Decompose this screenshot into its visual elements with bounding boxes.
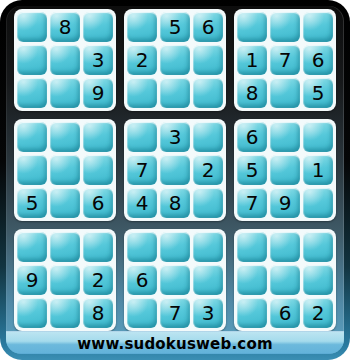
cell-r3c4[interactable] (127, 78, 157, 108)
cell-r5c8[interactable] (270, 155, 300, 185)
box-1-1: 839 (14, 9, 116, 111)
cell-r4c6[interactable] (193, 122, 223, 152)
cell-r7c8[interactable] (270, 232, 300, 262)
board-inner: 8395621768556372486517992867362 www.sudo… (6, 6, 344, 354)
footer-banner: www.sudokusweb.com (6, 331, 344, 354)
cell-r1c7[interactable] (237, 12, 267, 42)
box-2-3: 65179 (234, 119, 336, 221)
cell-r3c8[interactable] (270, 78, 300, 108)
cell-r1c5[interactable]: 5 (160, 12, 190, 42)
cell-r2c5[interactable] (160, 45, 190, 75)
cell-r8c9[interactable] (303, 265, 333, 295)
cell-r4c1[interactable] (17, 122, 47, 152)
cell-r3c9[interactable]: 5 (303, 78, 333, 108)
sudoku-board: 8395621768556372486517992867362 www.sudo… (0, 0, 350, 360)
cell-r9c1[interactable] (17, 298, 47, 328)
cell-r4c4[interactable] (127, 122, 157, 152)
page: 8395621768556372486517992867362 www.sudo… (0, 0, 350, 360)
box-3-1: 928 (14, 229, 116, 331)
website-link[interactable]: www.sudokusweb.com (77, 335, 272, 353)
box-2-1: 56 (14, 119, 116, 221)
cell-r8c8[interactable] (270, 265, 300, 295)
cell-r6c8[interactable]: 9 (270, 188, 300, 218)
cell-r8c7[interactable] (237, 265, 267, 295)
cell-r5c9[interactable]: 1 (303, 155, 333, 185)
cell-r6c2[interactable] (50, 188, 80, 218)
cell-r7c7[interactable] (237, 232, 267, 262)
cell-r4c7[interactable]: 6 (237, 122, 267, 152)
cell-r3c5[interactable] (160, 78, 190, 108)
cell-r7c3[interactable] (83, 232, 113, 262)
cell-r1c4[interactable] (127, 12, 157, 42)
cell-r6c7[interactable]: 7 (237, 188, 267, 218)
cell-r5c5[interactable] (160, 155, 190, 185)
cell-r9c4[interactable] (127, 298, 157, 328)
cell-r2c8[interactable]: 7 (270, 45, 300, 75)
box-3-2: 673 (124, 229, 226, 331)
box-1-2: 562 (124, 9, 226, 111)
cell-r3c6[interactable] (193, 78, 223, 108)
cell-r5c2[interactable] (50, 155, 80, 185)
cell-r7c9[interactable] (303, 232, 333, 262)
cell-r3c3[interactable]: 9 (83, 78, 113, 108)
cell-r9c9[interactable]: 2 (303, 298, 333, 328)
sudoku-grid: 8395621768556372486517992867362 (6, 6, 344, 331)
cell-r6c1[interactable]: 5 (17, 188, 47, 218)
cell-r8c6[interactable] (193, 265, 223, 295)
cell-r2c6[interactable] (193, 45, 223, 75)
cell-r4c8[interactable] (270, 122, 300, 152)
cell-r9c6[interactable]: 3 (193, 298, 223, 328)
cell-r5c1[interactable] (17, 155, 47, 185)
cell-r1c6[interactable]: 6 (193, 12, 223, 42)
cell-r1c3[interactable] (83, 12, 113, 42)
cell-r8c2[interactable] (50, 265, 80, 295)
cell-r4c2[interactable] (50, 122, 80, 152)
cell-r3c1[interactable] (17, 78, 47, 108)
cell-r7c4[interactable] (127, 232, 157, 262)
cell-r7c6[interactable] (193, 232, 223, 262)
cell-r5c4[interactable]: 7 (127, 155, 157, 185)
cell-r6c9[interactable] (303, 188, 333, 218)
cell-r3c2[interactable] (50, 78, 80, 108)
cell-r2c7[interactable]: 1 (237, 45, 267, 75)
cell-r2c2[interactable] (50, 45, 80, 75)
cell-r5c6[interactable]: 2 (193, 155, 223, 185)
cell-r3c7[interactable]: 8 (237, 78, 267, 108)
cell-r2c1[interactable] (17, 45, 47, 75)
cell-r4c9[interactable] (303, 122, 333, 152)
cell-r7c1[interactable] (17, 232, 47, 262)
cell-r1c1[interactable] (17, 12, 47, 42)
cell-r5c3[interactable] (83, 155, 113, 185)
cell-r9c2[interactable] (50, 298, 80, 328)
box-3-3: 62 (234, 229, 336, 331)
cell-r2c4[interactable]: 2 (127, 45, 157, 75)
cell-r4c3[interactable] (83, 122, 113, 152)
cell-r8c5[interactable] (160, 265, 190, 295)
cell-r9c7[interactable] (237, 298, 267, 328)
cell-r8c4[interactable]: 6 (127, 265, 157, 295)
cell-r2c3[interactable]: 3 (83, 45, 113, 75)
cell-r7c5[interactable] (160, 232, 190, 262)
box-2-2: 37248 (124, 119, 226, 221)
cell-r9c5[interactable]: 7 (160, 298, 190, 328)
cell-r8c3[interactable]: 2 (83, 265, 113, 295)
cell-r8c1[interactable]: 9 (17, 265, 47, 295)
cell-r6c3[interactable]: 6 (83, 188, 113, 218)
cell-r1c8[interactable] (270, 12, 300, 42)
box-1-3: 17685 (234, 9, 336, 111)
cell-r9c3[interactable]: 8 (83, 298, 113, 328)
cell-r6c4[interactable]: 4 (127, 188, 157, 218)
cell-r9c8[interactable]: 6 (270, 298, 300, 328)
cell-r6c6[interactable] (193, 188, 223, 218)
cell-r2c9[interactable]: 6 (303, 45, 333, 75)
cell-r1c9[interactable] (303, 12, 333, 42)
cell-r6c5[interactable]: 8 (160, 188, 190, 218)
cell-r1c2[interactable]: 8 (50, 12, 80, 42)
cell-r7c2[interactable] (50, 232, 80, 262)
cell-r4c5[interactable]: 3 (160, 122, 190, 152)
cell-r5c7[interactable]: 5 (237, 155, 267, 185)
